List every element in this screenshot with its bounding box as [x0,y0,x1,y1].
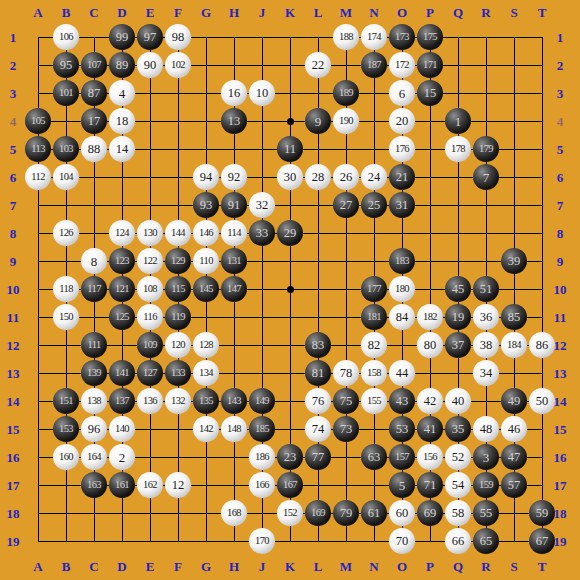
black-stone-135-G14[interactable]: 135 [193,388,219,414]
white-stone-82-N12[interactable]: 82 [361,332,387,358]
column-label-top-K: K [285,6,295,19]
white-stone-2-D16[interactable]: 2 [109,444,135,470]
black-stone-19-Q11[interactable]: 19 [445,304,471,330]
row-label-left-9: 9 [10,255,17,268]
white-stone-152-K18[interactable]: 152 [277,500,303,526]
move-number: 147 [227,284,241,295]
column-label-top-Q: Q [453,6,463,19]
black-stone-175-P1[interactable]: 175 [417,24,443,50]
white-stone-84-O11[interactable]: 84 [389,304,415,330]
column-label-top-S: S [510,6,517,19]
white-stone-106-B1[interactable]: 106 [53,24,79,50]
black-stone-133-F13[interactable]: 133 [165,360,191,386]
black-stone-79-M18[interactable]: 79 [333,500,359,526]
move-number: 73 [340,423,353,436]
white-stone-174-N1[interactable]: 174 [361,24,387,50]
move-number: 118 [59,284,73,295]
column-label-bottom-N: N [369,560,378,573]
white-stone-80-P12[interactable]: 80 [417,332,443,358]
move-number: 32 [256,199,269,212]
move-number: 96 [88,423,101,436]
black-stone-81-L13[interactable]: 81 [305,360,331,386]
move-number: 123 [115,256,129,267]
black-stone-185-J15[interactable]: 185 [249,416,275,442]
move-number: 189 [339,88,353,99]
black-stone-153-B15[interactable]: 153 [53,416,79,442]
white-stone-124-D8[interactable]: 124 [109,220,135,246]
black-stone-67-T19[interactable]: 67 [529,528,555,554]
move-number: 108 [143,284,157,295]
black-stone-117-C10[interactable]: 117 [81,276,107,302]
white-stone-24-N6[interactable]: 24 [361,164,387,190]
black-stone-85-S11[interactable]: 85 [501,304,527,330]
black-stone-43-O14[interactable]: 43 [389,388,415,414]
move-number: 125 [115,312,129,323]
white-stone-98-F1[interactable]: 98 [165,24,191,50]
white-stone-48-R15[interactable]: 48 [473,416,499,442]
move-number: 60 [396,507,409,520]
black-stone-77-L16[interactable]: 77 [305,444,331,470]
move-number: 33 [256,227,269,240]
white-stone-148-H15[interactable]: 148 [221,416,247,442]
white-stone-156-P16[interactable]: 156 [417,444,443,470]
black-stone-113-A5[interactable]: 113 [25,136,51,162]
move-number: 67 [536,535,549,548]
move-number: 122 [143,256,157,267]
column-label-bottom-F: F [174,560,182,573]
move-number: 21 [396,171,409,184]
move-number: 3 [483,451,490,464]
move-number: 70 [396,535,409,548]
white-stone-50-T14[interactable]: 50 [529,388,555,414]
move-number: 126 [59,228,73,239]
white-stone-70-O19[interactable]: 70 [389,528,415,554]
black-stone-89-D2[interactable]: 89 [109,52,135,78]
black-stone-61-N18[interactable]: 61 [361,500,387,526]
move-number: 82 [368,339,381,352]
move-number: 121 [115,284,129,295]
black-stone-147-H10[interactable]: 147 [221,276,247,302]
black-stone-17-C4[interactable]: 17 [81,108,107,134]
white-stone-168-H18[interactable]: 168 [221,500,247,526]
move-number: 74 [312,423,325,436]
move-number: 180 [395,284,409,295]
black-stone-45-Q10[interactable]: 45 [445,276,471,302]
white-stone-22-L2[interactable]: 22 [305,52,331,78]
move-number: 177 [367,284,381,295]
white-stone-118-B10[interactable]: 118 [53,276,79,302]
white-stone-88-C5[interactable]: 88 [81,136,107,162]
move-number: 185 [255,424,269,435]
move-number: 166 [255,480,269,491]
white-stone-92-H6[interactable]: 92 [221,164,247,190]
move-number: 7 [483,171,490,184]
black-stone-47-S16[interactable]: 47 [501,444,527,470]
black-stone-163-C17[interactable]: 163 [81,472,107,498]
white-stone-10-J3[interactable]: 10 [249,80,275,106]
white-stone-12-F17[interactable]: 12 [165,472,191,498]
black-stone-121-D10[interactable]: 121 [109,276,135,302]
white-stone-132-F14[interactable]: 132 [165,388,191,414]
black-stone-179-R5[interactable]: 179 [473,136,499,162]
white-stone-54-Q17[interactable]: 54 [445,472,471,498]
column-label-bottom-S: S [510,560,517,573]
black-stone-13-H4[interactable]: 13 [221,108,247,134]
black-stone-51-R10[interactable]: 51 [473,276,499,302]
white-stone-32-J7[interactable]: 32 [249,192,275,218]
column-label-top-H: H [229,6,239,19]
move-number: 38 [480,339,493,352]
row-label-left-12: 12 [7,339,20,352]
black-stone-69-P18[interactable]: 69 [417,500,443,526]
white-stone-28-L6[interactable]: 28 [305,164,331,190]
black-stone-71-P17[interactable]: 71 [417,472,443,498]
move-number: 113 [31,144,45,155]
column-label-top-L: L [314,6,323,19]
black-stone-25-N7[interactable]: 25 [361,192,387,218]
move-number: 37 [452,339,465,352]
move-number: 170 [255,536,269,547]
white-stone-34-R13[interactable]: 34 [473,360,499,386]
white-stone-76-L14[interactable]: 76 [305,388,331,414]
white-stone-126-B8[interactable]: 126 [53,220,79,246]
white-stone-74-L15[interactable]: 74 [305,416,331,442]
black-stone-87-C3[interactable]: 87 [81,80,107,106]
row-label-left-2: 2 [10,59,17,72]
white-stone-112-A6[interactable]: 112 [25,164,51,190]
black-stone-167-K17[interactable]: 167 [277,472,303,498]
row-label-right-14: 14 [554,395,567,408]
black-stone-109-E12[interactable]: 109 [137,332,163,358]
move-number: 156 [423,452,437,463]
black-stone-15-P3[interactable]: 15 [417,80,443,106]
move-number: 163 [87,480,101,491]
black-stone-177-N10[interactable]: 177 [361,276,387,302]
move-number: 186 [255,452,269,463]
move-number: 171 [423,60,437,71]
white-stone-134-G13[interactable]: 134 [193,360,219,386]
white-stone-128-G12[interactable]: 128 [193,332,219,358]
column-label-top-G: G [201,6,211,19]
row-label-left-15: 15 [7,423,20,436]
black-stone-93-G7[interactable]: 93 [193,192,219,218]
black-stone-37-Q12[interactable]: 37 [445,332,471,358]
black-stone-137-D14[interactable]: 137 [109,388,135,414]
black-stone-73-M15[interactable]: 73 [333,416,359,442]
move-number: 141 [115,368,129,379]
white-stone-150-B11[interactable]: 150 [53,304,79,330]
move-number: 48 [480,423,493,436]
move-number: 128 [199,340,213,351]
move-number: 51 [480,283,493,296]
white-stone-40-Q14[interactable]: 40 [445,388,471,414]
white-stone-122-E9[interactable]: 122 [137,248,163,274]
black-stone-49-S14[interactable]: 49 [501,388,527,414]
black-stone-125-D11[interactable]: 125 [109,304,135,330]
white-stone-14-D5[interactable]: 14 [109,136,135,162]
white-stone-158-N13[interactable]: 158 [361,360,387,386]
row-label-left-5: 5 [10,143,17,156]
move-number: 77 [312,451,325,464]
black-stone-21-O6[interactable]: 21 [389,164,415,190]
move-number: 135 [199,396,213,407]
white-stone-6-O3[interactable]: 6 [389,80,415,106]
white-stone-188-M1[interactable]: 188 [333,24,359,50]
row-label-right-9: 9 [557,255,564,268]
black-stone-127-E13[interactable]: 127 [137,360,163,386]
column-label-top-T: T [538,6,547,19]
black-stone-157-O16[interactable]: 157 [389,444,415,470]
move-number: 132 [171,396,185,407]
white-stone-172-O2[interactable]: 172 [389,52,415,78]
white-stone-4-D3[interactable]: 4 [109,80,135,106]
move-number: 87 [88,87,101,100]
move-number: 97 [144,31,157,44]
white-stone-38-R12[interactable]: 38 [473,332,499,358]
move-number: 5 [399,479,406,492]
white-stone-110-G9[interactable]: 110 [193,248,219,274]
black-stone-41-P15[interactable]: 41 [417,416,443,442]
white-stone-104-B6[interactable]: 104 [53,164,79,190]
black-stone-9-L4[interactable]: 9 [305,108,331,134]
black-stone-149-J14[interactable]: 149 [249,388,275,414]
white-stone-108-E10[interactable]: 108 [137,276,163,302]
black-stone-27-M7[interactable]: 27 [333,192,359,218]
move-number: 69 [424,507,437,520]
row-label-right-12: 12 [554,339,567,352]
white-stone-86-T12[interactable]: 86 [529,332,555,358]
move-number: 176 [395,144,409,155]
black-stone-145-G10[interactable]: 145 [193,276,219,302]
black-stone-183-O9[interactable]: 183 [389,248,415,274]
move-number: 66 [452,535,465,548]
black-stone-101-B3[interactable]: 101 [53,80,79,106]
black-stone-91-H7[interactable]: 91 [221,192,247,218]
white-stone-46-S15[interactable]: 46 [501,416,527,442]
black-stone-173-O1[interactable]: 173 [389,24,415,50]
white-stone-138-C14[interactable]: 138 [81,388,107,414]
move-number: 162 [143,480,157,491]
move-number: 91 [228,199,241,212]
move-number: 44 [396,367,409,380]
black-stone-151-B14[interactable]: 151 [53,388,79,414]
move-number: 109 [143,340,157,351]
white-stone-160-B16[interactable]: 160 [53,444,79,470]
white-stone-18-D4[interactable]: 18 [109,108,135,134]
black-stone-169-L18[interactable]: 169 [305,500,331,526]
black-stone-75-M14[interactable]: 75 [333,388,359,414]
black-stone-65-R19[interactable]: 65 [473,528,499,554]
move-number: 146 [199,228,213,239]
black-stone-141-D13[interactable]: 141 [109,360,135,386]
black-stone-189-M3[interactable]: 189 [333,80,359,106]
move-number: 54 [452,479,465,492]
black-stone-143-H14[interactable]: 143 [221,388,247,414]
black-stone-95-B2[interactable]: 95 [53,52,79,78]
move-number: 22 [312,59,325,72]
white-stone-170-J19[interactable]: 170 [249,528,275,554]
column-label-bottom-G: G [201,560,211,573]
white-stone-30-K6[interactable]: 30 [277,164,303,190]
black-stone-11-K5[interactable]: 11 [277,136,303,162]
move-number: 17 [88,115,101,128]
move-number: 13 [228,115,241,128]
move-number: 94 [200,171,213,184]
white-stone-20-O4[interactable]: 20 [389,108,415,134]
black-stone-1-Q4[interactable]: 1 [445,108,471,134]
column-label-bottom-Q: Q [453,560,463,573]
black-stone-119-F11[interactable]: 119 [165,304,191,330]
move-number: 20 [396,115,409,128]
black-stone-39-S9[interactable]: 39 [501,248,527,274]
move-number: 41 [424,423,437,436]
column-label-bottom-A: A [33,560,42,573]
black-stone-187-N2[interactable]: 187 [361,52,387,78]
column-label-bottom-K: K [285,560,295,573]
white-stone-180-O10[interactable]: 180 [389,276,415,302]
white-stone-8-C9[interactable]: 8 [81,248,107,274]
column-label-bottom-D: D [117,560,126,573]
go-board[interactable]: AABBCCDDEEFFGGHHJJKKLLMMNNOOPPQQRRSSTT11… [0,0,580,580]
move-number: 90 [144,59,157,72]
white-stone-16-H3[interactable]: 16 [221,80,247,106]
move-number: 1 [455,115,462,128]
black-stone-7-R6[interactable]: 7 [473,164,499,190]
column-label-bottom-B: B [62,560,71,573]
move-number: 35 [452,423,465,436]
white-stone-114-H8[interactable]: 114 [221,220,247,246]
white-stone-52-Q16[interactable]: 52 [445,444,471,470]
move-number: 168 [227,508,241,519]
row-label-right-2: 2 [557,59,564,72]
white-stone-176-O5[interactable]: 176 [389,136,415,162]
black-stone-103-B5[interactable]: 103 [53,136,79,162]
black-stone-35-Q15[interactable]: 35 [445,416,471,442]
white-stone-116-E11[interactable]: 116 [137,304,163,330]
white-stone-142-G15[interactable]: 142 [193,416,219,442]
white-stone-96-C15[interactable]: 96 [81,416,107,442]
black-stone-53-O15[interactable]: 53 [389,416,415,442]
column-label-top-N: N [369,6,378,19]
move-number: 15 [424,87,437,100]
column-label-top-P: P [426,6,434,19]
move-number: 79 [340,507,353,520]
black-stone-23-K16[interactable]: 23 [277,444,303,470]
white-stone-136-E14[interactable]: 136 [137,388,163,414]
move-number: 11 [284,143,296,156]
white-stone-186-J16[interactable]: 186 [249,444,275,470]
move-number: 81 [312,367,325,380]
move-number: 104 [59,172,73,183]
black-stone-55-R18[interactable]: 55 [473,500,499,526]
move-number: 119 [171,312,185,323]
move-number: 151 [59,396,73,407]
white-stone-144-F8[interactable]: 144 [165,220,191,246]
row-label-left-3: 3 [10,87,17,100]
black-stone-29-K8[interactable]: 29 [277,220,303,246]
white-stone-184-S12[interactable]: 184 [501,332,527,358]
black-stone-107-C2[interactable]: 107 [81,52,107,78]
black-stone-33-J8[interactable]: 33 [249,220,275,246]
row-label-right-5: 5 [557,143,564,156]
column-label-top-C: C [89,6,98,19]
white-stone-102-F2[interactable]: 102 [165,52,191,78]
white-stone-162-E17[interactable]: 162 [137,472,163,498]
black-stone-5-O17[interactable]: 5 [389,472,415,498]
black-stone-171-P2[interactable]: 171 [417,52,443,78]
white-stone-182-P11[interactable]: 182 [417,304,443,330]
white-stone-42-P14[interactable]: 42 [417,388,443,414]
black-stone-181-N11[interactable]: 181 [361,304,387,330]
row-label-left-17: 17 [7,479,20,492]
black-stone-105-A4[interactable]: 105 [25,108,51,134]
white-stone-58-Q18[interactable]: 58 [445,500,471,526]
black-stone-31-O7[interactable]: 31 [389,192,415,218]
move-number: 86 [536,339,549,352]
black-stone-129-F9[interactable]: 129 [165,248,191,274]
black-stone-3-R16[interactable]: 3 [473,444,499,470]
move-number: 169 [311,508,325,519]
white-stone-130-E8[interactable]: 130 [137,220,163,246]
white-stone-36-R11[interactable]: 36 [473,304,499,330]
white-stone-164-C16[interactable]: 164 [81,444,107,470]
black-stone-139-C13[interactable]: 139 [81,360,107,386]
white-stone-120-F12[interactable]: 120 [165,332,191,358]
move-number: 85 [508,311,521,324]
black-stone-111-C12[interactable]: 111 [81,332,107,358]
black-stone-97-E1[interactable]: 97 [137,24,163,50]
white-stone-178-Q5[interactable]: 178 [445,136,471,162]
move-number: 178 [451,144,465,155]
black-stone-99-D1[interactable]: 99 [109,24,135,50]
white-stone-140-D15[interactable]: 140 [109,416,135,442]
white-stone-26-M6[interactable]: 26 [333,164,359,190]
black-stone-59-T18[interactable]: 59 [529,500,555,526]
black-stone-57-S17[interactable]: 57 [501,472,527,498]
move-number: 6 [399,87,406,100]
white-stone-166-J17[interactable]: 166 [249,472,275,498]
white-stone-146-G8[interactable]: 146 [193,220,219,246]
white-stone-78-M13[interactable]: 78 [333,360,359,386]
move-number: 174 [367,32,381,43]
move-number: 61 [368,507,381,520]
column-label-bottom-C: C [89,560,98,573]
move-number: 103 [59,144,73,155]
black-stone-83-L12[interactable]: 83 [305,332,331,358]
move-number: 49 [508,395,521,408]
white-stone-60-O18[interactable]: 60 [389,500,415,526]
white-stone-190-M4[interactable]: 190 [333,108,359,134]
white-stone-90-E2[interactable]: 90 [137,52,163,78]
black-stone-131-H9[interactable]: 131 [221,248,247,274]
move-number: 42 [424,395,437,408]
move-number: 105 [31,116,45,127]
white-stone-94-G6[interactable]: 94 [193,164,219,190]
move-number: 52 [452,451,465,464]
black-stone-63-N16[interactable]: 63 [361,444,387,470]
black-stone-123-D9[interactable]: 123 [109,248,135,274]
black-stone-159-R17[interactable]: 159 [473,472,499,498]
white-stone-66-Q19[interactable]: 66 [445,528,471,554]
white-stone-155-N14[interactable]: 155 [361,388,387,414]
black-stone-161-D17[interactable]: 161 [109,472,135,498]
move-number: 138 [87,396,101,407]
move-number: 106 [59,32,73,43]
move-number: 159 [479,480,493,491]
white-stone-44-O13[interactable]: 44 [389,360,415,386]
black-stone-115-F10[interactable]: 115 [165,276,191,302]
move-number: 148 [227,424,241,435]
